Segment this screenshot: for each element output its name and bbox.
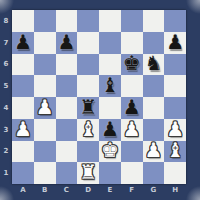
black-pawn[interactable]: ♟ — [123, 97, 141, 117]
square-e5[interactable]: ♝ — [99, 75, 121, 97]
rank-label-8: 8 — [0, 10, 12, 32]
white-bishop[interactable]: ♝ — [79, 119, 97, 139]
square-a2[interactable] — [12, 141, 34, 163]
square-b1[interactable] — [34, 162, 56, 184]
square-g1[interactable] — [143, 162, 165, 184]
square-h5[interactable] — [164, 75, 186, 97]
rank-label-2: 2 — [0, 141, 12, 163]
square-e3[interactable]: ♟ — [99, 119, 121, 141]
square-a3[interactable]: ♟ — [12, 119, 34, 141]
square-f8[interactable] — [121, 10, 143, 32]
black-pawn[interactable]: ♟ — [166, 32, 184, 52]
square-d1[interactable]: ♜ — [77, 162, 99, 184]
square-a8[interactable] — [12, 10, 34, 32]
black-pawn[interactable]: ♟ — [101, 119, 119, 139]
square-c7[interactable]: ♟ — [56, 32, 78, 54]
white-pawn[interactable]: ♟ — [166, 119, 184, 139]
square-d8[interactable] — [77, 10, 99, 32]
black-rook[interactable]: ♜ — [79, 97, 97, 117]
square-g5[interactable] — [143, 75, 165, 97]
square-d7[interactable] — [77, 32, 99, 54]
file-label-a: A — [12, 184, 34, 198]
square-d2[interactable] — [77, 141, 99, 163]
square-e2[interactable]: ♚ — [99, 141, 121, 163]
file-label-g: G — [143, 184, 165, 198]
square-g6[interactable]: ♞ — [143, 54, 165, 76]
square-d3[interactable]: ♝ — [77, 119, 99, 141]
square-f5[interactable] — [121, 75, 143, 97]
square-d5[interactable] — [77, 75, 99, 97]
square-f4[interactable]: ♟ — [121, 97, 143, 119]
square-g4[interactable] — [143, 97, 165, 119]
square-e6[interactable] — [99, 54, 121, 76]
square-e4[interactable] — [99, 97, 121, 119]
black-knight[interactable]: ♞ — [144, 53, 162, 73]
square-f1[interactable] — [121, 162, 143, 184]
square-a6[interactable] — [12, 54, 34, 76]
square-g8[interactable] — [143, 10, 165, 32]
square-h7[interactable]: ♟ — [164, 32, 186, 54]
square-h6[interactable] — [164, 54, 186, 76]
square-d6[interactable] — [77, 54, 99, 76]
white-bishop[interactable]: ♝ — [166, 140, 184, 160]
rank-label-5: 5 — [0, 75, 12, 97]
square-g2[interactable]: ♟ — [143, 141, 165, 163]
square-c8[interactable] — [56, 10, 78, 32]
square-a7[interactable]: ♟ — [12, 32, 34, 54]
file-label-e: E — [99, 184, 121, 198]
rank-label-7: 7 — [0, 32, 12, 54]
square-b2[interactable] — [34, 141, 56, 163]
white-pawn[interactable]: ♟ — [14, 119, 32, 139]
white-rook[interactable]: ♜ — [79, 162, 97, 182]
file-labels: ABCDEFGH — [12, 184, 186, 198]
file-label-c: C — [56, 184, 78, 198]
rank-labels: 87654321 — [0, 10, 12, 184]
square-c6[interactable] — [56, 54, 78, 76]
square-h4[interactable] — [164, 97, 186, 119]
square-f3[interactable]: ♟ — [121, 119, 143, 141]
rank-label-1: 1 — [0, 162, 12, 184]
square-e1[interactable] — [99, 162, 121, 184]
square-c5[interactable] — [56, 75, 78, 97]
black-king[interactable]: ♚ — [123, 53, 141, 73]
square-c2[interactable] — [56, 141, 78, 163]
white-pawn[interactable]: ♟ — [144, 140, 162, 160]
rank-label-3: 3 — [0, 119, 12, 141]
square-c1[interactable] — [56, 162, 78, 184]
square-h1[interactable] — [164, 162, 186, 184]
square-b4[interactable]: ♟ — [34, 97, 56, 119]
black-pawn[interactable]: ♟ — [57, 32, 75, 52]
square-b5[interactable] — [34, 75, 56, 97]
file-label-d: D — [77, 184, 99, 198]
square-a5[interactable] — [12, 75, 34, 97]
square-a1[interactable] — [12, 162, 34, 184]
chess-board[interactable]: ♟♟♟♚♞♝♟♜♟♟♝♟♟♟♚♟♝♜ — [12, 10, 186, 184]
square-b7[interactable] — [34, 32, 56, 54]
file-label-b: B — [34, 184, 56, 198]
square-b6[interactable] — [34, 54, 56, 76]
square-h8[interactable] — [164, 10, 186, 32]
square-e7[interactable] — [99, 32, 121, 54]
square-a4[interactable] — [12, 97, 34, 119]
black-pawn[interactable]: ♟ — [14, 32, 32, 52]
square-c4[interactable] — [56, 97, 78, 119]
rank-label-6: 6 — [0, 54, 12, 76]
file-label-h: H — [164, 184, 186, 198]
black-bishop[interactable]: ♝ — [101, 75, 119, 95]
white-pawn[interactable]: ♟ — [36, 97, 54, 117]
square-g7[interactable] — [143, 32, 165, 54]
file-label-f: F — [121, 184, 143, 198]
square-e8[interactable] — [99, 10, 121, 32]
white-king[interactable]: ♚ — [101, 140, 119, 160]
square-h2[interactable]: ♝ — [164, 141, 186, 163]
square-h3[interactable]: ♟ — [164, 119, 186, 141]
chess-board-widget: ♟♟♟♚♞♝♟♜♟♟♝♟♟♟♚♟♝♜ 87654321 ABCDEFGH — [0, 0, 200, 200]
square-g3[interactable] — [143, 119, 165, 141]
square-d4[interactable]: ♜ — [77, 97, 99, 119]
square-f6[interactable]: ♚ — [121, 54, 143, 76]
white-pawn[interactable]: ♟ — [123, 119, 141, 139]
square-f2[interactable] — [121, 141, 143, 163]
square-b3[interactable] — [34, 119, 56, 141]
rank-label-4: 4 — [0, 97, 12, 119]
square-f7[interactable] — [121, 32, 143, 54]
square-b8[interactable] — [34, 10, 56, 32]
square-c3[interactable] — [56, 119, 78, 141]
